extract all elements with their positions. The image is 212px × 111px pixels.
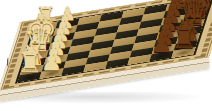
white-rook[interactable]: ♜ [17, 49, 43, 77]
black-pawn[interactable]: ♟ [149, 31, 175, 56]
chess-set-photo: ♜♟♞♟♝♟♟♚♜♟♟♛♞♟♟♝♝♟♟♞♚♟♟♜♛♟♟♝♟♞♟♜ [0, 0, 212, 111]
clasp [7, 57, 8, 67]
